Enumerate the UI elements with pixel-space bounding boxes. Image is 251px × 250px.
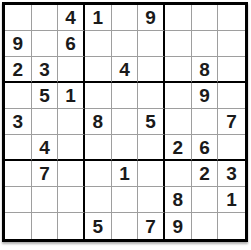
cell-r1c9-empty[interactable] [218, 5, 245, 31]
cell-r3c8-given[interactable]: 8 [192, 57, 219, 83]
cell-r4c5-empty[interactable] [112, 83, 139, 109]
cell-r6c4-empty[interactable] [85, 135, 112, 161]
cell-r8c1-empty[interactable] [5, 187, 32, 213]
cell-r8c7-given[interactable]: 8 [165, 187, 192, 213]
cell-r9c6-given[interactable]: 7 [138, 213, 165, 239]
cell-r1c3-given[interactable]: 4 [58, 5, 85, 31]
cell-r9c4-given[interactable]: 5 [85, 213, 112, 239]
cell-r2c6-empty[interactable] [138, 31, 165, 57]
cell-r3c4-empty[interactable] [85, 57, 112, 83]
cell-r2c8-empty[interactable] [192, 31, 219, 57]
cell-r9c8-empty[interactable] [192, 213, 219, 239]
cell-r3c7-empty[interactable] [165, 57, 192, 83]
cell-r4c3-given[interactable]: 1 [58, 83, 85, 109]
cell-r2c4-empty[interactable] [85, 31, 112, 57]
cell-r7c1-empty[interactable] [5, 161, 32, 187]
cell-r7c3-empty[interactable] [58, 161, 85, 187]
cell-r5c9-given[interactable]: 7 [218, 109, 245, 135]
cell-r6c8-given[interactable]: 6 [192, 135, 219, 161]
cell-r7c7-empty[interactable] [165, 161, 192, 187]
cell-r4c9-empty[interactable] [218, 83, 245, 109]
cell-r1c5-empty[interactable] [112, 5, 139, 31]
cell-r5c6-given[interactable]: 5 [138, 109, 165, 135]
cell-r1c2-empty[interactable] [32, 5, 59, 31]
cell-r5c7-empty[interactable] [165, 109, 192, 135]
cell-r3c1-given[interactable]: 2 [5, 57, 32, 83]
cell-r2c3-given[interactable]: 6 [58, 31, 85, 57]
cell-r4c7-empty[interactable] [165, 83, 192, 109]
cell-r5c5-empty[interactable] [112, 109, 139, 135]
cell-r8c6-empty[interactable] [138, 187, 165, 213]
cell-r3c3-empty[interactable] [58, 57, 85, 83]
cell-r5c2-empty[interactable] [32, 109, 59, 135]
cell-r5c8-empty[interactable] [192, 109, 219, 135]
cell-r1c8-empty[interactable] [192, 5, 219, 31]
cell-r2c9-empty[interactable] [218, 31, 245, 57]
cell-r8c4-empty[interactable] [85, 187, 112, 213]
cell-r7c2-given[interactable]: 7 [32, 161, 59, 187]
cell-r6c5-empty[interactable] [112, 135, 139, 161]
cell-r7c6-empty[interactable] [138, 161, 165, 187]
cell-r8c3-empty[interactable] [58, 187, 85, 213]
cell-r7c5-given[interactable]: 1 [112, 161, 139, 187]
cell-r1c4-given[interactable]: 1 [85, 5, 112, 31]
cell-r1c6-given[interactable]: 9 [138, 5, 165, 31]
cell-r7c9-given[interactable]: 3 [218, 161, 245, 187]
sudoku-board: 4199623485193857426712381579 [2, 2, 248, 242]
cell-r2c2-empty[interactable] [32, 31, 59, 57]
cell-r5c3-empty[interactable] [58, 109, 85, 135]
cell-r7c8-given[interactable]: 2 [192, 161, 219, 187]
cell-r3c6-empty[interactable] [138, 57, 165, 83]
cell-r6c1-empty[interactable] [5, 135, 32, 161]
cell-r2c5-empty[interactable] [112, 31, 139, 57]
cell-r6c6-empty[interactable] [138, 135, 165, 161]
cell-r9c2-empty[interactable] [32, 213, 59, 239]
cell-r1c7-empty[interactable] [165, 5, 192, 31]
cell-r8c5-empty[interactable] [112, 187, 139, 213]
cell-r5c1-given[interactable]: 3 [5, 109, 32, 135]
cell-r9c1-empty[interactable] [5, 213, 32, 239]
cell-r9c5-empty[interactable] [112, 213, 139, 239]
cell-r6c2-given[interactable]: 4 [32, 135, 59, 161]
cell-r7c4-empty[interactable] [85, 161, 112, 187]
cell-r2c7-empty[interactable] [165, 31, 192, 57]
cell-r6c7-given[interactable]: 2 [165, 135, 192, 161]
cell-r6c3-empty[interactable] [58, 135, 85, 161]
sudoku-page: 4199623485193857426712381579 [0, 0, 251, 250]
cell-r3c5-given[interactable]: 4 [112, 57, 139, 83]
cell-r4c4-empty[interactable] [85, 83, 112, 109]
cell-r8c2-empty[interactable] [32, 187, 59, 213]
cell-r2c1-given[interactable]: 9 [5, 31, 32, 57]
cell-r4c8-given[interactable]: 9 [192, 83, 219, 109]
cell-r8c8-empty[interactable] [192, 187, 219, 213]
cell-r4c1-empty[interactable] [5, 83, 32, 109]
cell-r4c6-empty[interactable] [138, 83, 165, 109]
cell-r3c9-empty[interactable] [218, 57, 245, 83]
cell-r9c3-empty[interactable] [58, 213, 85, 239]
cell-r1c1-empty[interactable] [5, 5, 32, 31]
cell-r6c9-empty[interactable] [218, 135, 245, 161]
cell-r9c7-given[interactable]: 9 [165, 213, 192, 239]
cell-r8c9-given[interactable]: 1 [218, 187, 245, 213]
cell-r3c2-given[interactable]: 3 [32, 57, 59, 83]
cell-r5c4-given[interactable]: 8 [85, 109, 112, 135]
cell-r9c9-empty[interactable] [218, 213, 245, 239]
cell-r4c2-given[interactable]: 5 [32, 83, 59, 109]
